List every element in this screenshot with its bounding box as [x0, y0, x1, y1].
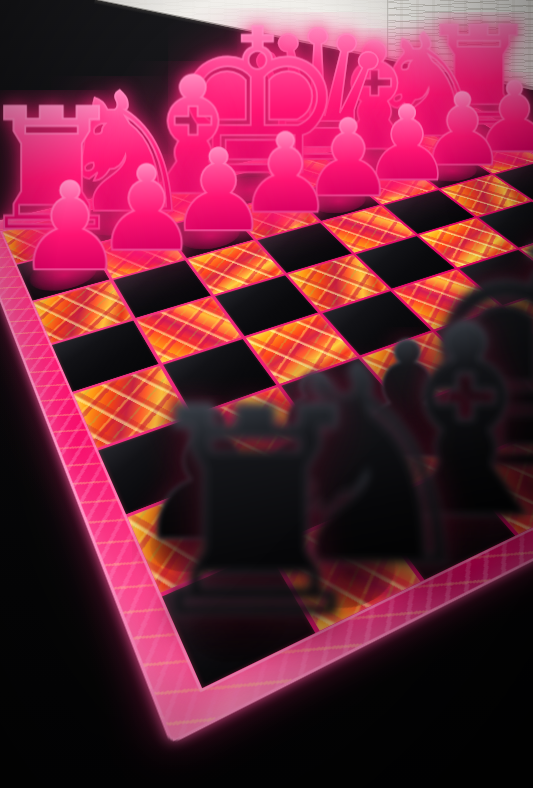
square-h8[interactable]: ♜ [162, 551, 315, 689]
piece-white-pawn[interactable]: ♟ [16, 171, 125, 286]
piece-black-rook[interactable]: ♜ [127, 378, 384, 651]
scene-photo: ♜♞♝♚♛♝♞♜♟♟♟♟♟♟♟♟♟♟♟♟♟♟♟♟♜♞♝♚♛♝♞♜ [0, 0, 533, 788]
